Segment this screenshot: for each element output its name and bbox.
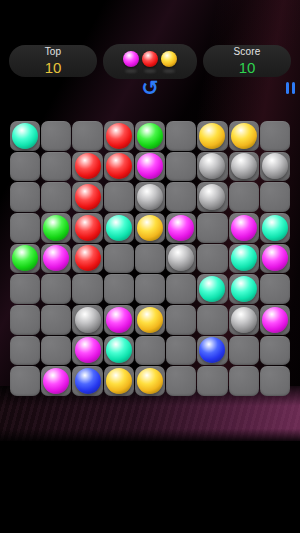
red-ball[interactable] (106, 153, 132, 179)
cell-r9c5[interactable] (135, 366, 165, 396)
cyan-ball[interactable] (106, 215, 132, 241)
cell-r8c8[interactable] (229, 336, 259, 366)
next-magenta-ball (123, 51, 139, 67)
next-yellow-ball (161, 51, 177, 67)
cell-r4c4[interactable] (104, 213, 134, 243)
next-balls-panel (103, 44, 197, 79)
cell-r3c4[interactable] (104, 182, 134, 212)
cell-r5c2[interactable] (41, 244, 71, 274)
cell-r2c2[interactable] (41, 152, 71, 182)
magenta-ball[interactable] (168, 215, 194, 241)
cell-r5c7[interactable] (197, 244, 227, 274)
blue-ball[interactable] (199, 337, 225, 363)
pause-icon (286, 82, 289, 94)
cell-r7c5[interactable] (135, 305, 165, 335)
cell-r7c9[interactable] (260, 305, 290, 335)
cell-r2c7[interactable] (197, 152, 227, 182)
cell-r3c9[interactable] (260, 182, 290, 212)
green-ball[interactable] (137, 123, 163, 149)
yellow-ball[interactable] (106, 368, 132, 394)
cell-r1c7[interactable] (197, 121, 227, 151)
cell-r6c7[interactable] (197, 274, 227, 304)
yellow-ball[interactable] (137, 307, 163, 333)
blue-ball[interactable] (75, 368, 101, 394)
cell-r1c3[interactable] (72, 121, 102, 151)
magenta-ball[interactable] (262, 307, 288, 333)
magenta-ball[interactable] (43, 368, 69, 394)
cell-r3c8[interactable] (229, 182, 259, 212)
score-label: Score (233, 46, 260, 58)
yellow-ball[interactable] (137, 368, 163, 394)
cell-r8c6[interactable] (166, 336, 196, 366)
cell-r6c2[interactable] (41, 274, 71, 304)
silver-ball[interactable] (231, 153, 257, 179)
magenta-ball[interactable] (137, 153, 163, 179)
cell-r5c8[interactable] (229, 244, 259, 274)
cell-r3c3[interactable] (72, 182, 102, 212)
cell-r2c1[interactable] (10, 152, 40, 182)
red-ball[interactable] (75, 153, 101, 179)
cell-r6c8[interactable] (229, 274, 259, 304)
cell-r4c9[interactable] (260, 213, 290, 243)
score-panel: Score 10 (203, 45, 291, 77)
red-ball[interactable] (75, 184, 101, 210)
cell-r1c2[interactable] (41, 121, 71, 151)
silver-ball[interactable] (262, 153, 288, 179)
cell-r9c7[interactable] (197, 366, 227, 396)
top-label: Top (45, 46, 62, 58)
cyan-ball[interactable] (231, 276, 257, 302)
cell-r8c4[interactable] (104, 336, 134, 366)
cell-r5c4[interactable] (104, 244, 134, 274)
cell-r4c6[interactable] (166, 213, 196, 243)
cell-r7c3[interactable] (72, 305, 102, 335)
cell-r5c6[interactable] (166, 244, 196, 274)
cell-r4c1[interactable] (10, 213, 40, 243)
cell-r9c1[interactable] (10, 366, 40, 396)
cell-r4c5[interactable] (135, 213, 165, 243)
cell-r8c7[interactable] (197, 336, 227, 366)
cell-r7c2[interactable] (41, 305, 71, 335)
pause-icon (292, 82, 295, 94)
cell-r2c5[interactable] (135, 152, 165, 182)
red-ball[interactable] (75, 215, 101, 241)
cell-r2c8[interactable] (229, 152, 259, 182)
pause-button[interactable] (284, 81, 297, 94)
game-board (10, 121, 290, 396)
silver-ball[interactable] (199, 184, 225, 210)
cell-r7c6[interactable] (166, 305, 196, 335)
cell-r8c2[interactable] (41, 336, 71, 366)
cell-r2c9[interactable] (260, 152, 290, 182)
cell-r9c2[interactable] (41, 366, 71, 396)
magenta-ball[interactable] (106, 307, 132, 333)
cell-r2c3[interactable] (72, 152, 102, 182)
cyan-ball[interactable] (199, 276, 225, 302)
cell-r3c6[interactable] (166, 182, 196, 212)
magenta-ball[interactable] (43, 245, 69, 271)
cell-r9c9[interactable] (260, 366, 290, 396)
cell-r5c1[interactable] (10, 244, 40, 274)
app-screen: Top 10 Score 10 ↺ (0, 0, 300, 533)
red-ball[interactable] (106, 123, 132, 149)
yellow-ball[interactable] (199, 123, 225, 149)
cell-r4c7[interactable] (197, 213, 227, 243)
cell-r4c8[interactable] (229, 213, 259, 243)
cell-r6c6[interactable] (166, 274, 196, 304)
yellow-ball[interactable] (231, 123, 257, 149)
green-ball[interactable] (43, 215, 69, 241)
silver-ball[interactable] (75, 307, 101, 333)
cyan-ball[interactable] (12, 123, 38, 149)
top-value: 10 (45, 59, 62, 76)
yellow-ball[interactable] (137, 215, 163, 241)
next-red-ball (142, 51, 158, 67)
top-score-panel: Top 10 (9, 45, 97, 77)
silver-ball[interactable] (137, 184, 163, 210)
cell-r4c2[interactable] (41, 213, 71, 243)
cell-r9c8[interactable] (229, 366, 259, 396)
cell-r6c1[interactable] (10, 274, 40, 304)
cell-r1c1[interactable] (10, 121, 40, 151)
cell-r4c3[interactable] (72, 213, 102, 243)
silver-ball[interactable] (199, 153, 225, 179)
cell-r1c6[interactable] (166, 121, 196, 151)
cell-r5c3[interactable] (72, 244, 102, 274)
cell-r7c8[interactable] (229, 305, 259, 335)
cell-r2c4[interactable] (104, 152, 134, 182)
cell-r3c7[interactable] (197, 182, 227, 212)
background-bottom (0, 441, 300, 533)
silver-ball[interactable] (231, 307, 257, 333)
magenta-ball[interactable] (231, 215, 257, 241)
score-value: 10 (239, 59, 256, 76)
cyan-ball[interactable] (262, 215, 288, 241)
cell-r5c5[interactable] (135, 244, 165, 274)
cell-r5c9[interactable] (260, 244, 290, 274)
cell-r6c9[interactable] (260, 274, 290, 304)
cell-r1c8[interactable] (229, 121, 259, 151)
magenta-ball[interactable] (75, 337, 101, 363)
cell-r9c3[interactable] (72, 366, 102, 396)
cell-r7c7[interactable] (197, 305, 227, 335)
cell-r8c5[interactable] (135, 336, 165, 366)
cell-r6c3[interactable] (72, 274, 102, 304)
cell-r6c5[interactable] (135, 274, 165, 304)
cell-r1c9[interactable] (260, 121, 290, 151)
silver-ball[interactable] (168, 245, 194, 271)
cell-r7c4[interactable] (104, 305, 134, 335)
cell-r1c4[interactable] (104, 121, 134, 151)
cell-r3c5[interactable] (135, 182, 165, 212)
red-ball[interactable] (75, 245, 101, 271)
cell-r8c1[interactable] (10, 336, 40, 366)
cell-r8c9[interactable] (260, 336, 290, 366)
undo-button[interactable]: ↺ (137, 75, 163, 101)
cell-r7c1[interactable] (10, 305, 40, 335)
green-ball[interactable] (12, 245, 38, 271)
cell-r8c3[interactable] (72, 336, 102, 366)
cell-r1c5[interactable] (135, 121, 165, 151)
cell-r9c4[interactable] (104, 366, 134, 396)
cyan-ball[interactable] (231, 245, 257, 271)
cyan-ball[interactable] (106, 337, 132, 363)
cell-r6c4[interactable] (104, 274, 134, 304)
magenta-ball[interactable] (262, 245, 288, 271)
cell-r2c6[interactable] (166, 152, 196, 182)
cell-r9c6[interactable] (166, 366, 196, 396)
cell-r3c2[interactable] (41, 182, 71, 212)
cell-r3c1[interactable] (10, 182, 40, 212)
